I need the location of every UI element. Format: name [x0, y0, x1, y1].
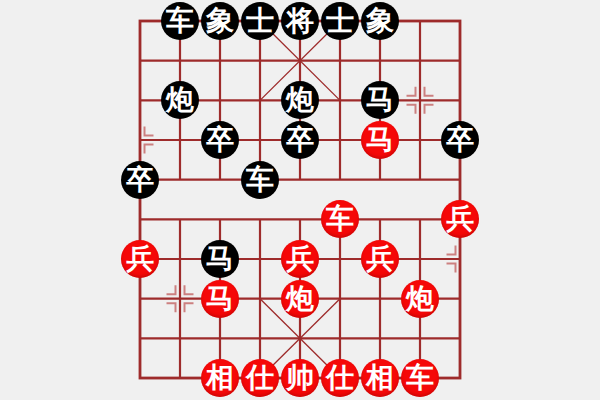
board-point-2-0[interactable]: 象 [200, 1, 240, 41]
piece-red-cannon[interactable]: 炮 [401, 280, 439, 318]
board-point-2-4[interactable] [200, 160, 240, 200]
board-point-8-4[interactable] [440, 160, 480, 200]
piece-black-soldier[interactable]: 卒 [121, 161, 159, 199]
piece-red-soldier[interactable]: 兵 [361, 240, 399, 278]
board-point-6-2[interactable]: 马 [360, 80, 400, 120]
board-point-4-1[interactable] [280, 41, 320, 81]
piece-black-advisor[interactable]: 士 [241, 2, 279, 40]
board-point-3-3[interactable] [240, 120, 280, 160]
board-point-4-0[interactable]: 将 [280, 1, 320, 41]
board-point-1-9[interactable] [160, 358, 200, 398]
board-point-2-6[interactable]: 马 [200, 239, 240, 279]
board-point-5-3[interactable] [320, 120, 360, 160]
board-point-2-2[interactable] [200, 80, 240, 120]
board-grid: 车象士将士象炮炮马卒卒马卒卒车车兵兵马兵兵马炮炮相仕帅仕相车 [120, 1, 480, 398]
piece-black-soldier[interactable]: 卒 [441, 121, 479, 159]
board-point-0-9[interactable] [120, 358, 160, 398]
board-point-5-1[interactable] [320, 41, 360, 81]
board-point-7-3[interactable] [400, 120, 440, 160]
board-point-3-2[interactable] [240, 80, 280, 120]
board-point-8-9[interactable] [440, 358, 480, 398]
board-point-3-4[interactable]: 车 [240, 160, 280, 200]
board-point-8-5[interactable]: 兵 [440, 199, 480, 239]
board-point-2-3[interactable]: 卒 [200, 120, 240, 160]
board-point-7-2[interactable] [400, 80, 440, 120]
board-point-6-0[interactable]: 象 [360, 1, 400, 41]
board-point-5-4[interactable] [320, 160, 360, 200]
piece-red-soldier[interactable]: 兵 [441, 200, 479, 238]
board-point-1-5[interactable] [160, 199, 200, 239]
board-point-1-4[interactable] [160, 160, 200, 200]
piece-black-general[interactable]: 将 [281, 2, 319, 40]
board-point-1-6[interactable] [160, 239, 200, 279]
board-point-8-0[interactable] [440, 1, 480, 41]
piece-red-elephant[interactable]: 相 [361, 359, 399, 397]
board-point-7-5[interactable] [400, 199, 440, 239]
board-point-3-1[interactable] [240, 41, 280, 81]
board-point-0-7[interactable] [120, 279, 160, 319]
board-point-6-4[interactable] [360, 160, 400, 200]
piece-black-elephant[interactable]: 象 [201, 2, 239, 40]
piece-red-elephant[interactable]: 相 [201, 359, 239, 397]
board-point-7-7[interactable]: 炮 [400, 279, 440, 319]
board-point-8-2[interactable] [440, 80, 480, 120]
piece-red-cannon[interactable]: 炮 [281, 280, 319, 318]
board-point-4-7[interactable]: 炮 [280, 279, 320, 319]
piece-black-elephant[interactable]: 象 [361, 2, 399, 40]
board-point-0-3[interactable] [120, 120, 160, 160]
board-point-5-0[interactable]: 士 [320, 1, 360, 41]
board-point-0-5[interactable] [120, 199, 160, 239]
board-point-2-1[interactable] [200, 41, 240, 81]
board-point-0-6[interactable]: 兵 [120, 239, 160, 279]
board-point-3-5[interactable] [240, 199, 280, 239]
board-point-2-7[interactable]: 马 [200, 279, 240, 319]
board-point-4-8[interactable] [280, 318, 320, 358]
board-point-4-5[interactable] [280, 199, 320, 239]
board-point-4-3[interactable]: 卒 [280, 120, 320, 160]
board-point-5-9[interactable]: 仕 [320, 358, 360, 398]
board-point-7-9[interactable]: 车 [400, 358, 440, 398]
board-point-8-6[interactable] [440, 239, 480, 279]
piece-red-horse[interactable]: 马 [201, 280, 239, 318]
board-point-0-2[interactable] [120, 80, 160, 120]
board-point-6-7[interactable] [360, 279, 400, 319]
board-point-3-9[interactable]: 仕 [240, 358, 280, 398]
board-point-8-8[interactable] [440, 318, 480, 358]
board-point-0-0[interactable] [120, 1, 160, 41]
board-point-6-9[interactable]: 相 [360, 358, 400, 398]
board-point-4-4[interactable] [280, 160, 320, 200]
board-point-1-2[interactable]: 炮 [160, 80, 200, 120]
piece-red-advisor[interactable]: 仕 [241, 359, 279, 397]
piece-black-chariot[interactable]: 车 [241, 161, 279, 199]
piece-black-soldier[interactable]: 卒 [281, 121, 319, 159]
piece-red-soldier[interactable]: 兵 [121, 240, 159, 278]
piece-red-chariot[interactable]: 车 [401, 359, 439, 397]
board-point-8-1[interactable] [440, 41, 480, 81]
board-point-7-0[interactable] [400, 1, 440, 41]
board-point-2-5[interactable] [200, 199, 240, 239]
board-point-4-9[interactable]: 帅 [280, 358, 320, 398]
board-point-7-1[interactable] [400, 41, 440, 81]
board-point-0-4[interactable]: 卒 [120, 160, 160, 200]
board-point-4-6[interactable]: 兵 [280, 239, 320, 279]
piece-red-chariot[interactable]: 车 [321, 200, 359, 238]
board-point-5-8[interactable] [320, 318, 360, 358]
board-point-5-6[interactable] [320, 239, 360, 279]
board-point-1-1[interactable] [160, 41, 200, 81]
board-point-6-8[interactable] [360, 318, 400, 358]
board-point-6-1[interactable] [360, 41, 400, 81]
piece-red-advisor[interactable]: 仕 [321, 359, 359, 397]
piece-red-soldier[interactable]: 兵 [281, 240, 319, 278]
board-point-1-8[interactable] [160, 318, 200, 358]
board-point-5-7[interactable] [320, 279, 360, 319]
board-point-0-8[interactable] [120, 318, 160, 358]
piece-black-horse[interactable]: 马 [201, 240, 239, 278]
piece-red-general[interactable]: 帅 [281, 359, 319, 397]
board-point-1-7[interactable] [160, 279, 200, 319]
board-point-0-1[interactable] [120, 41, 160, 81]
board-point-4-2[interactable]: 炮 [280, 80, 320, 120]
board-point-5-5[interactable]: 车 [320, 199, 360, 239]
board-point-3-8[interactable] [240, 318, 280, 358]
board-point-6-5[interactable] [360, 199, 400, 239]
board-point-2-8[interactable] [200, 318, 240, 358]
board-point-7-6[interactable] [400, 239, 440, 279]
board-point-7-4[interactable] [400, 160, 440, 200]
xiangqi-board: 车象士将士象炮炮马卒卒马卒卒车车兵兵马兵兵马炮炮相仕帅仕相车 [0, 0, 600, 400]
board-point-6-3[interactable]: 马 [360, 120, 400, 160]
board-point-7-8[interactable] [400, 318, 440, 358]
board-point-5-2[interactable] [320, 80, 360, 120]
piece-red-horse[interactable]: 马 [361, 121, 399, 159]
board-point-2-9[interactable]: 相 [200, 358, 240, 398]
piece-black-cannon[interactable]: 炮 [161, 81, 199, 119]
board-point-8-7[interactable] [440, 279, 480, 319]
board-point-3-0[interactable]: 士 [240, 1, 280, 41]
board-point-8-3[interactable]: 卒 [440, 120, 480, 160]
board-point-1-3[interactable] [160, 120, 200, 160]
board-point-3-6[interactable] [240, 239, 280, 279]
board-point-1-0[interactable]: 车 [160, 1, 200, 41]
piece-black-soldier[interactable]: 卒 [201, 121, 239, 159]
board-point-6-6[interactable]: 兵 [360, 239, 400, 279]
piece-black-cannon[interactable]: 炮 [281, 81, 319, 119]
piece-black-advisor[interactable]: 士 [321, 2, 359, 40]
piece-black-chariot[interactable]: 车 [161, 2, 199, 40]
board-point-3-7[interactable] [240, 279, 280, 319]
piece-black-horse[interactable]: 马 [361, 81, 399, 119]
